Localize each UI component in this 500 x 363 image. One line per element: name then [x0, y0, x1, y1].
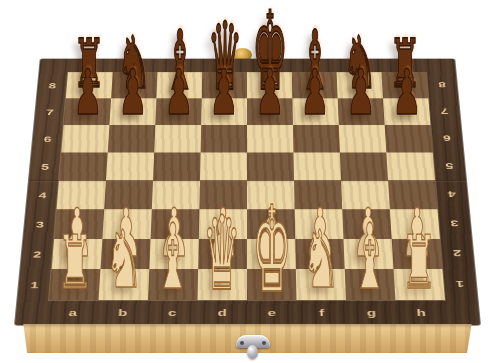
- coordinate-label: 3: [437, 209, 471, 239]
- coordinate-label: a: [47, 300, 99, 325]
- coordinate-label: f: [296, 300, 347, 325]
- coordinate-label: 7: [428, 98, 460, 125]
- chess-board: 87654321 87654321 abcdefgh: [15, 59, 480, 325]
- coordinate-label: e: [247, 300, 297, 325]
- coordinate-label: 5: [433, 152, 466, 180]
- coordinate-label: d: [197, 300, 247, 325]
- coordinate-label: c: [147, 300, 198, 325]
- latch-screw-icon: [262, 341, 266, 345]
- coordinate-label: 7: [34, 98, 66, 125]
- board-squares: [49, 72, 445, 300]
- coordinate-label: 8: [37, 72, 68, 98]
- coordinate-label: 3: [23, 209, 56, 239]
- latch-screw-icon: [240, 341, 244, 345]
- coordinate-label: 2: [20, 239, 54, 269]
- folding-chess-set-photo: 87654321 87654321 abcdefgh ♜♞♝♛♚♝♞♜♟♟♟♟♟…: [0, 0, 500, 363]
- coordinate-label: 4: [26, 181, 59, 210]
- coordinate-label: h: [395, 300, 447, 325]
- file-labels-bottom: abcdefgh: [47, 300, 447, 325]
- coordinate-label: 1: [17, 269, 51, 300]
- coordinate-label: 1: [442, 269, 477, 300]
- coordinate-label: 4: [435, 181, 469, 210]
- coordinate-label: 8: [426, 72, 458, 98]
- coordinate-label: b: [97, 300, 148, 325]
- coordinate-label: 5: [29, 152, 61, 180]
- latch-knob-icon: [247, 345, 258, 359]
- coordinate-label: 6: [32, 125, 64, 152]
- coordinate-label: g: [346, 300, 397, 325]
- coordinate-label: 2: [440, 239, 475, 269]
- board-fold-seam: [29, 180, 466, 182]
- coordinate-label: 6: [430, 125, 463, 152]
